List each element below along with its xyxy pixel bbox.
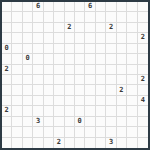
empty-cell-r12c9[interactable] [96,127,106,137]
empty-cell-r10c9[interactable] [96,106,106,116]
empty-cell-r5c10[interactable] [106,54,116,64]
empty-cell-r1c12[interactable] [127,12,137,22]
empty-cell-r10c6[interactable] [65,106,75,116]
empty-cell-r11c12[interactable] [127,117,137,127]
empty-cell-r8c4[interactable] [44,85,54,95]
empty-cell-r4c3[interactable] [33,44,43,54]
clue-cell-r0c3[interactable]: 6 [33,2,43,12]
empty-cell-r5c12[interactable] [127,54,137,64]
empty-cell-r0c10[interactable] [106,2,116,12]
empty-cell-r6c13[interactable] [138,65,148,75]
empty-cell-r9c8[interactable] [85,96,95,106]
empty-cell-r1c2[interactable] [23,12,33,22]
empty-cell-r4c11[interactable] [117,44,127,54]
empty-cell-r1c4[interactable] [44,12,54,22]
empty-cell-r3c11[interactable] [117,33,127,43]
empty-cell-r7c12[interactable] [127,75,137,85]
empty-cell-r3c9[interactable] [96,33,106,43]
empty-cell-r2c3[interactable] [33,23,43,33]
empty-cell-r4c12[interactable] [127,44,137,54]
empty-cell-r6c9[interactable] [96,65,106,75]
empty-cell-r3c4[interactable] [44,33,54,43]
empty-cell-r5c8[interactable] [85,54,95,64]
empty-cell-r6c3[interactable] [33,65,43,75]
empty-cell-r6c11[interactable] [117,65,127,75]
empty-cell-r3c6[interactable] [65,33,75,43]
empty-cell-r12c6[interactable] [65,127,75,137]
empty-cell-r8c8[interactable] [85,85,95,95]
puzzle-grid: 6622200222423023 [0,0,150,150]
empty-cell-r1c1[interactable] [12,12,22,22]
empty-cell-r6c2[interactable] [23,65,33,75]
empty-cell-r12c11[interactable] [117,127,127,137]
empty-cell-r9c7[interactable] [75,96,85,106]
empty-cell-r7c6[interactable] [65,75,75,85]
empty-cell-r0c12[interactable] [127,2,137,12]
empty-cell-r10c5[interactable] [54,106,64,116]
clue-cell-r6c0[interactable]: 2 [2,65,12,75]
empty-cell-r12c4[interactable] [44,127,54,137]
empty-cell-r12c1[interactable] [12,127,22,137]
empty-cell-r5c6[interactable] [65,54,75,64]
empty-cell-r9c5[interactable] [54,96,64,106]
empty-cell-r3c10[interactable] [106,33,116,43]
clue-cell-r13c10[interactable]: 3 [106,138,116,148]
empty-cell-r4c5[interactable] [54,44,64,54]
empty-cell-r4c4[interactable] [44,44,54,54]
empty-cell-r6c12[interactable] [127,65,137,75]
empty-cell-r0c11[interactable] [117,2,127,12]
empty-cell-r9c12[interactable] [127,96,137,106]
empty-cell-r12c7[interactable] [75,127,85,137]
empty-cell-r1c5[interactable] [54,12,64,22]
empty-cell-r2c8[interactable] [85,23,95,33]
empty-cell-r4c2[interactable] [23,44,33,54]
empty-cell-r11c1[interactable] [12,117,22,127]
empty-cell-r10c4[interactable] [44,106,54,116]
empty-cell-r5c1[interactable] [12,54,22,64]
empty-cell-r2c13[interactable] [138,23,148,33]
empty-cell-r3c7[interactable] [75,33,85,43]
empty-cell-r11c8[interactable] [85,117,95,127]
empty-cell-r12c10[interactable] [106,127,116,137]
empty-cell-r12c2[interactable] [23,127,33,137]
empty-cell-r2c1[interactable] [12,23,22,33]
empty-cell-r8c5[interactable] [54,85,64,95]
empty-cell-r8c12[interactable] [127,85,137,95]
empty-cell-r13c9[interactable] [96,138,106,148]
empty-cell-r4c1[interactable] [12,44,22,54]
empty-cell-r7c8[interactable] [85,75,95,85]
empty-cell-r5c0[interactable] [2,54,12,64]
empty-cell-r10c3[interactable] [33,106,43,116]
empty-cell-r9c3[interactable] [33,96,43,106]
empty-cell-r11c9[interactable] [96,117,106,127]
empty-cell-r3c0[interactable] [2,33,12,43]
empty-cell-r5c9[interactable] [96,54,106,64]
empty-cell-r2c7[interactable] [75,23,85,33]
empty-cell-r7c3[interactable] [33,75,43,85]
clue-cell-r8c11[interactable]: 2 [117,85,127,95]
empty-cell-r4c7[interactable] [75,44,85,54]
empty-cell-r7c4[interactable] [44,75,54,85]
empty-cell-r12c8[interactable] [85,127,95,137]
empty-cell-r1c0[interactable] [2,12,12,22]
empty-cell-r8c2[interactable] [23,85,33,95]
empty-cell-r10c10[interactable] [106,106,116,116]
empty-cell-r3c5[interactable] [54,33,64,43]
empty-cell-r12c3[interactable] [33,127,43,137]
clue-cell-r7c13[interactable]: 2 [138,75,148,85]
empty-cell-r13c13[interactable] [138,138,148,148]
empty-cell-r13c8[interactable] [85,138,95,148]
empty-cell-r13c12[interactable] [127,138,137,148]
empty-cell-r9c0[interactable] [2,96,12,106]
empty-cell-r11c13[interactable] [138,117,148,127]
clue-cell-r2c6[interactable]: 2 [65,23,75,33]
empty-cell-r6c10[interactable] [106,65,116,75]
empty-cell-r7c10[interactable] [106,75,116,85]
clue-cell-r9c13[interactable]: 4 [138,96,148,106]
clue-cell-r4c0[interactable]: 0 [2,44,12,54]
empty-cell-r0c0[interactable] [2,2,12,12]
empty-cell-r9c9[interactable] [96,96,106,106]
empty-cell-r0c6[interactable] [65,2,75,12]
empty-cell-r13c6[interactable] [65,138,75,148]
empty-cell-r7c5[interactable] [54,75,64,85]
empty-cell-r11c10[interactable] [106,117,116,127]
empty-cell-r1c7[interactable] [75,12,85,22]
empty-cell-r4c13[interactable] [138,44,148,54]
empty-cell-r0c9[interactable] [96,2,106,12]
empty-cell-r5c4[interactable] [44,54,54,64]
empty-cell-r5c7[interactable] [75,54,85,64]
empty-cell-r12c12[interactable] [127,127,137,137]
empty-cell-r4c10[interactable] [106,44,116,54]
empty-cell-r8c6[interactable] [65,85,75,95]
empty-cell-r10c8[interactable] [85,106,95,116]
empty-cell-r6c4[interactable] [44,65,54,75]
clue-cell-r11c3[interactable]: 3 [33,117,43,127]
clue-cell-r0c8[interactable]: 6 [85,2,95,12]
empty-cell-r1c9[interactable] [96,12,106,22]
empty-cell-r2c2[interactable] [23,23,33,33]
empty-cell-r2c11[interactable] [117,23,127,33]
empty-cell-r3c1[interactable] [12,33,22,43]
empty-cell-r6c1[interactable] [12,65,22,75]
clue-cell-r2c10[interactable]: 2 [106,23,116,33]
empty-cell-r6c8[interactable] [85,65,95,75]
clue-cell-r11c7[interactable]: 0 [75,117,85,127]
empty-cell-r2c4[interactable] [44,23,54,33]
empty-cell-r12c5[interactable] [54,127,64,137]
clue-cell-r3c13[interactable]: 2 [138,33,148,43]
empty-cell-r13c0[interactable] [2,138,12,148]
empty-cell-r0c13[interactable] [138,2,148,12]
empty-cell-r12c13[interactable] [138,127,148,137]
empty-cell-r11c11[interactable] [117,117,127,127]
empty-cell-r5c5[interactable] [54,54,64,64]
empty-cell-r4c9[interactable] [96,44,106,54]
empty-cell-r3c12[interactable] [127,33,137,43]
empty-cell-r9c10[interactable] [106,96,116,106]
empty-cell-r2c12[interactable] [127,23,137,33]
empty-cell-r2c5[interactable] [54,23,64,33]
empty-cell-r1c6[interactable] [65,12,75,22]
empty-cell-r13c7[interactable] [75,138,85,148]
empty-cell-r6c6[interactable] [65,65,75,75]
empty-cell-r12c0[interactable] [2,127,12,137]
empty-cell-r3c3[interactable] [33,33,43,43]
empty-cell-r8c7[interactable] [75,85,85,95]
empty-cell-r4c6[interactable] [65,44,75,54]
empty-cell-r0c7[interactable] [75,2,85,12]
empty-cell-r9c11[interactable] [117,96,127,106]
empty-cell-r2c0[interactable] [2,23,12,33]
empty-cell-r4c8[interactable] [85,44,95,54]
empty-cell-r3c2[interactable] [23,33,33,43]
empty-cell-r9c1[interactable] [12,96,22,106]
empty-cell-r8c0[interactable] [2,85,12,95]
clue-cell-r5c2[interactable]: 0 [23,54,33,64]
empty-cell-r10c11[interactable] [117,106,127,116]
empty-cell-r10c12[interactable] [127,106,137,116]
empty-cell-r1c3[interactable] [33,12,43,22]
empty-cell-r9c4[interactable] [44,96,54,106]
empty-cell-r5c3[interactable] [33,54,43,64]
empty-cell-r2c9[interactable] [96,23,106,33]
empty-cell-r7c9[interactable] [96,75,106,85]
empty-cell-r6c7[interactable] [75,65,85,75]
empty-cell-r0c2[interactable] [23,2,33,12]
empty-cell-r11c6[interactable] [65,117,75,127]
clue-cell-r13c5[interactable]: 2 [54,138,64,148]
empty-cell-r11c5[interactable] [54,117,64,127]
empty-cell-r8c10[interactable] [106,85,116,95]
empty-cell-r8c3[interactable] [33,85,43,95]
empty-cell-r11c2[interactable] [23,117,33,127]
empty-cell-r0c4[interactable] [44,2,54,12]
empty-cell-r10c13[interactable] [138,106,148,116]
empty-cell-r11c4[interactable] [44,117,54,127]
empty-cell-r0c1[interactable] [12,2,22,12]
empty-cell-r13c11[interactable] [117,138,127,148]
clue-cell-r10c0[interactable]: 2 [2,106,12,116]
empty-cell-r8c9[interactable] [96,85,106,95]
empty-cell-r0c5[interactable] [54,2,64,12]
empty-cell-r13c1[interactable] [12,138,22,148]
empty-cell-r10c1[interactable] [12,106,22,116]
empty-cell-r10c7[interactable] [75,106,85,116]
empty-cell-r1c11[interactable] [117,12,127,22]
empty-cell-r7c1[interactable] [12,75,22,85]
empty-cell-r6c5[interactable] [54,65,64,75]
empty-cell-r7c7[interactable] [75,75,85,85]
empty-cell-r8c1[interactable] [12,85,22,95]
empty-cell-r5c11[interactable] [117,54,127,64]
empty-cell-r7c0[interactable] [2,75,12,85]
empty-cell-r3c8[interactable] [85,33,95,43]
empty-cell-r13c3[interactable] [33,138,43,148]
empty-cell-r1c13[interactable] [138,12,148,22]
empty-cell-r1c10[interactable] [106,12,116,22]
empty-cell-r9c2[interactable] [23,96,33,106]
empty-cell-r1c8[interactable] [85,12,95,22]
empty-cell-r8c13[interactable] [138,85,148,95]
empty-cell-r9c6[interactable] [65,96,75,106]
empty-cell-r10c2[interactable] [23,106,33,116]
empty-cell-r7c2[interactable] [23,75,33,85]
empty-cell-r5c13[interactable] [138,54,148,64]
empty-cell-r13c4[interactable] [44,138,54,148]
empty-cell-r7c11[interactable] [117,75,127,85]
empty-cell-r11c0[interactable] [2,117,12,127]
empty-cell-r13c2[interactable] [23,138,33,148]
